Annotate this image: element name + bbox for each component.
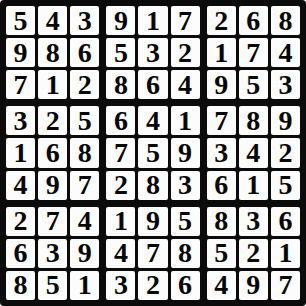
cell-r4c8[interactable]: 8 xyxy=(239,106,268,135)
cell-r3c7[interactable]: 9 xyxy=(207,70,236,99)
cell-r2c1[interactable]: 9 xyxy=(6,38,35,67)
cell-r7c6[interactable]: 5 xyxy=(171,207,200,236)
cell-r8c1[interactable]: 6 xyxy=(6,239,35,268)
cell-r4c6[interactable]: 1 xyxy=(171,106,200,135)
cell-r1c3[interactable]: 3 xyxy=(70,6,99,35)
cell-r5c5[interactable]: 5 xyxy=(138,138,167,167)
cell-r8c2[interactable]: 3 xyxy=(38,239,67,268)
cell-r6c1[interactable]: 4 xyxy=(6,171,35,200)
cell-r7c1[interactable]: 2 xyxy=(6,207,35,236)
cell-r2c3[interactable]: 6 xyxy=(70,38,99,67)
cell-r1c8[interactable]: 6 xyxy=(239,6,268,35)
cell-r3c9[interactable]: 3 xyxy=(271,70,300,99)
cell-r2c5[interactable]: 3 xyxy=(138,38,167,67)
cell-r6c4[interactable]: 2 xyxy=(106,171,135,200)
cell-r6c2[interactable]: 9 xyxy=(38,171,67,200)
cell-r7c9[interactable]: 6 xyxy=(271,207,300,236)
cell-r8c7[interactable]: 5 xyxy=(207,239,236,268)
cell-r9c6[interactable]: 6 xyxy=(171,271,200,300)
cell-r3c1[interactable]: 7 xyxy=(6,70,35,99)
box-8: 195478326 xyxy=(106,207,199,300)
cell-r5c2[interactable]: 6 xyxy=(38,138,67,167)
cell-r9c5[interactable]: 2 xyxy=(138,271,167,300)
cell-r4c3[interactable]: 5 xyxy=(70,106,99,135)
cell-r8c6[interactable]: 8 xyxy=(171,239,200,268)
cell-r5c6[interactable]: 9 xyxy=(171,138,200,167)
cell-r9c2[interactable]: 5 xyxy=(38,271,67,300)
cell-r8c3[interactable]: 9 xyxy=(70,239,99,268)
cell-r1c1[interactable]: 5 xyxy=(6,6,35,35)
box-4: 325168497 xyxy=(6,106,99,199)
cell-r3c8[interactable]: 5 xyxy=(239,70,268,99)
cell-r2c6[interactable]: 2 xyxy=(171,38,200,67)
cell-r7c3[interactable]: 4 xyxy=(70,207,99,236)
cell-r6c9[interactable]: 5 xyxy=(271,171,300,200)
cell-r9c3[interactable]: 1 xyxy=(70,271,99,300)
cell-r1c2[interactable]: 4 xyxy=(38,6,67,35)
cell-r6c7[interactable]: 6 xyxy=(207,171,236,200)
cell-r3c2[interactable]: 1 xyxy=(38,70,67,99)
cell-r3c5[interactable]: 6 xyxy=(138,70,167,99)
cell-r9c9[interactable]: 7 xyxy=(271,271,300,300)
cell-r3c6[interactable]: 4 xyxy=(171,70,200,99)
cell-r8c8[interactable]: 2 xyxy=(239,239,268,268)
box-6: 789342615 xyxy=(207,106,300,199)
cell-r4c5[interactable]: 4 xyxy=(138,106,167,135)
cell-r4c2[interactable]: 2 xyxy=(38,106,67,135)
cell-r1c6[interactable]: 7 xyxy=(171,6,200,35)
cell-r7c4[interactable]: 1 xyxy=(106,207,135,236)
cell-r7c2[interactable]: 7 xyxy=(38,207,67,236)
cell-r5c1[interactable]: 1 xyxy=(6,138,35,167)
cell-r9c4[interactable]: 3 xyxy=(106,271,135,300)
cell-r1c4[interactable]: 9 xyxy=(106,6,135,35)
cell-r8c9[interactable]: 1 xyxy=(271,239,300,268)
box-7: 274639851 xyxy=(6,207,99,300)
cell-r4c1[interactable]: 3 xyxy=(6,106,35,135)
cell-r9c8[interactable]: 9 xyxy=(239,271,268,300)
cell-r3c4[interactable]: 8 xyxy=(106,70,135,99)
cell-r9c7[interactable]: 4 xyxy=(207,271,236,300)
cell-r2c8[interactable]: 7 xyxy=(239,38,268,67)
box-2: 917532864 xyxy=(106,6,199,99)
cell-r7c5[interactable]: 9 xyxy=(138,207,167,236)
cell-r7c7[interactable]: 8 xyxy=(207,207,236,236)
cell-r4c7[interactable]: 7 xyxy=(207,106,236,135)
cell-r6c8[interactable]: 1 xyxy=(239,171,268,200)
cell-r5c8[interactable]: 4 xyxy=(239,138,268,167)
cell-r8c4[interactable]: 4 xyxy=(106,239,135,268)
cell-r9c1[interactable]: 8 xyxy=(6,271,35,300)
cell-r6c5[interactable]: 8 xyxy=(138,171,167,200)
box-1: 543986712 xyxy=(6,6,99,99)
cell-r2c2[interactable]: 8 xyxy=(38,38,67,67)
cell-r8c5[interactable]: 7 xyxy=(138,239,167,268)
cell-r5c7[interactable]: 3 xyxy=(207,138,236,167)
cell-r1c7[interactable]: 2 xyxy=(207,6,236,35)
box-9: 836521497 xyxy=(207,207,300,300)
cell-r2c9[interactable]: 4 xyxy=(271,38,300,67)
cell-r6c6[interactable]: 3 xyxy=(171,171,200,200)
cell-r4c9[interactable]: 9 xyxy=(271,106,300,135)
cell-r2c7[interactable]: 1 xyxy=(207,38,236,67)
cell-r4c4[interactable]: 6 xyxy=(106,106,135,135)
cell-r5c3[interactable]: 8 xyxy=(70,138,99,167)
sudoku-board: 5439867129175328642681749533251684976417… xyxy=(0,0,306,306)
box-3: 268174953 xyxy=(207,6,300,99)
cell-r5c9[interactable]: 2 xyxy=(271,138,300,167)
cell-r5c4[interactable]: 7 xyxy=(106,138,135,167)
cell-r2c4[interactable]: 5 xyxy=(106,38,135,67)
cell-r1c9[interactable]: 8 xyxy=(271,6,300,35)
cell-r7c8[interactable]: 3 xyxy=(239,207,268,236)
box-5: 641759283 xyxy=(106,106,199,199)
cell-r1c5[interactable]: 1 xyxy=(138,6,167,35)
cell-r3c3[interactable]: 2 xyxy=(70,70,99,99)
cell-r6c3[interactable]: 7 xyxy=(70,171,99,200)
